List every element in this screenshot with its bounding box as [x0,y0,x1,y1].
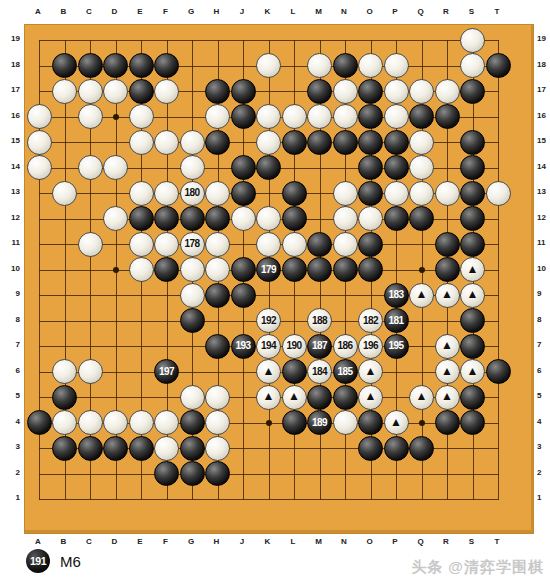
coord-letter-top-L: L [291,8,296,16]
stone-B17 [52,79,77,104]
stone-H9 [205,283,230,308]
star-point [113,114,119,120]
move-number-label: 193 [235,341,250,351]
stone-G12 [180,206,205,231]
stone-L6 [282,359,307,384]
stone-Q12 [409,206,434,231]
stone-C4 [78,410,103,435]
star-point [266,420,272,426]
coord-number-left-1: 1 [2,494,20,502]
stone-M16 [307,104,332,129]
stone-O3 [358,436,383,461]
stone-L13 [282,181,307,206]
triangle-mark-icon: ▲ [467,288,479,300]
stone-G9 [180,283,205,308]
coord-number-right-19: 19 [537,35,549,43]
coord-number-left-19: 19 [2,35,20,43]
triangle-mark-icon: ▲ [288,390,300,402]
coord-number-right-5: 5 [537,392,549,400]
stone-N12 [333,206,358,231]
stone-K10: 179 [256,257,281,282]
triangle-mark-icon: ▲ [365,390,377,402]
stone-S11 [460,232,485,257]
stone-O14 [358,155,383,180]
stone-F4 [154,410,179,435]
coord-letter-top-A: A [35,8,41,16]
stone-J7: 193 [231,334,256,359]
stone-B3 [52,436,77,461]
stone-E16 [129,104,154,129]
stone-L12 [282,206,307,231]
stone-M8: 188 [307,308,332,333]
stone-O17 [358,79,383,104]
grid-line-v [498,40,499,500]
stone-D14 [103,155,128,180]
coord-letter-top-K: K [265,8,271,16]
stone-K15 [256,130,281,155]
move-number-label: 186 [337,341,352,351]
move-number-label: 179 [261,265,276,275]
stone-O16 [358,104,383,129]
stone-H13 [205,181,230,206]
stone-O12 [358,206,383,231]
coord-letter-top-R: R [443,8,449,16]
stone-M17 [307,79,332,104]
stone-P18 [384,53,409,78]
triangle-mark-icon: ▲ [263,365,275,377]
coord-letter-bottom-M: M [315,538,322,546]
coord-letter-bottom-H: H [214,538,220,546]
stone-Q14 [409,155,434,180]
stone-J12 [231,206,256,231]
coord-letter-top-T: T [495,8,500,16]
stone-J10 [231,257,256,282]
coord-number-right-4: 4 [537,418,549,426]
move-number-label: 187 [312,341,327,351]
coord-number-right-9: 9 [537,290,549,298]
coord-letter-top-M: M [315,8,322,16]
stone-B6 [52,359,77,384]
stone-H15 [205,130,230,155]
stone-F15 [154,130,179,155]
stone-P8: 181 [384,308,409,333]
stone-C18 [78,53,103,78]
stone-P16 [384,104,409,129]
caption-location: M6 [60,553,81,570]
stone-M10 [307,257,332,282]
stone-S15 [460,130,485,155]
coord-number-left-2: 2 [2,469,20,477]
stone-R7: ▲ [435,334,460,359]
stone-R11 [435,232,460,257]
triangle-mark-icon: ▲ [416,390,428,402]
coord-number-left-6: 6 [2,367,20,375]
stone-G15 [180,130,205,155]
coord-letter-bottom-N: N [341,538,347,546]
move-number-label: 194 [261,341,276,351]
stone-P9: 183 [384,283,409,308]
stone-C11 [78,232,103,257]
stone-K5: ▲ [256,385,281,410]
stone-L10 [282,257,307,282]
triangle-mark-icon: ▲ [441,339,453,351]
triangle-mark-icon: ▲ [441,390,453,402]
stone-A15 [27,130,52,155]
stone-B5 [52,385,77,410]
stone-D3 [103,436,128,461]
coord-letter-bottom-P: P [392,538,397,546]
stone-O15 [358,130,383,155]
stone-N10 [333,257,358,282]
stone-Q13 [409,181,434,206]
coord-letter-top-G: G [188,8,194,16]
stone-S7 [460,334,485,359]
coord-number-left-18: 18 [2,61,20,69]
stone-S13 [460,181,485,206]
coord-number-right-18: 18 [537,61,549,69]
stone-S5 [460,385,485,410]
coord-number-right-7: 7 [537,341,549,349]
coord-number-left-15: 15 [2,137,20,145]
triangle-mark-icon: ▲ [416,288,428,300]
move-number-label: 189 [312,418,327,428]
stone-N16 [333,104,358,129]
stone-K7: 194 [256,334,281,359]
stone-Q5: ▲ [409,385,434,410]
coord-number-left-16: 16 [2,112,20,120]
stone-H12 [205,206,230,231]
stone-A14 [27,155,52,180]
stone-S10: ▲ [460,257,485,282]
coord-letter-top-O: O [366,8,372,16]
stone-H7 [205,334,230,359]
coord-letter-top-S: S [469,8,474,16]
stone-M15 [307,130,332,155]
stone-Q16 [409,104,434,129]
stone-T13 [486,181,511,206]
coord-number-right-2: 2 [537,469,549,477]
coord-number-right-17: 17 [537,86,549,94]
watermark-text: 头条 @清弈学围棋 [411,558,544,577]
coord-number-left-11: 11 [2,239,20,247]
stone-N6: 185 [333,359,358,384]
stone-O13 [358,181,383,206]
stone-N11 [333,232,358,257]
stone-S17 [460,79,485,104]
stone-J17 [231,79,256,104]
caption-move-number: 191 [30,555,46,567]
stone-M4: 189 [307,410,332,435]
stone-F10 [154,257,179,282]
move-number-label: 192 [261,316,276,326]
coord-number-right-14: 14 [537,163,549,171]
coord-number-right-13: 13 [537,188,549,196]
coord-number-left-17: 17 [2,86,20,94]
go-board: 180178179▲183▲▲▲192188182181193194190187… [24,24,534,534]
stone-S18 [460,53,485,78]
stone-S9: ▲ [460,283,485,308]
coord-letter-bottom-K: K [265,538,271,546]
stone-G4 [180,410,205,435]
coord-letter-top-N: N [341,8,347,16]
stone-O7: 196 [358,334,383,359]
move-caption: 191 M6 头条 @清弈学围棋 [0,545,550,587]
stone-G2 [180,461,205,486]
stone-D4 [103,410,128,435]
coord-number-left-3: 3 [2,443,20,451]
triangle-mark-icon: ▲ [365,365,377,377]
stone-H17 [205,79,230,104]
coord-letter-top-H: H [214,8,220,16]
stone-N5 [333,385,358,410]
coord-letter-bottom-E: E [137,538,142,546]
stone-E4 [129,410,154,435]
stone-S14 [460,155,485,180]
stone-A16 [27,104,52,129]
stone-R13 [435,181,460,206]
coord-letter-bottom-O: O [366,538,372,546]
coord-letter-bottom-G: G [188,538,194,546]
go-diagram: 180178179▲183▲▲▲192188182181193194190187… [0,0,550,587]
stone-R9: ▲ [435,283,460,308]
stone-P12 [384,206,409,231]
triangle-mark-icon: ▲ [441,365,453,377]
stone-E17 [129,79,154,104]
stone-L7: 190 [282,334,307,359]
caption-black-stone-icon: 191 [26,549,50,573]
stone-C14 [78,155,103,180]
star-point [419,420,425,426]
stone-M5 [307,385,332,410]
stone-S12 [460,206,485,231]
coord-number-right-1: 1 [537,494,549,502]
stone-K14 [256,155,281,180]
coord-number-right-6: 6 [537,367,549,375]
stone-P14 [384,155,409,180]
stone-F11 [154,232,179,257]
stone-J9 [231,283,256,308]
move-number-label: 190 [286,341,301,351]
coord-number-right-8: 8 [537,316,549,324]
move-number-label: 181 [388,316,403,326]
stone-B13 [52,181,77,206]
stone-G10 [180,257,205,282]
coord-letter-bottom-B: B [61,538,67,546]
stone-T6 [486,359,511,384]
coord-letter-bottom-S: S [469,538,474,546]
stone-O11 [358,232,383,257]
stone-R16 [435,104,460,129]
stone-L16 [282,104,307,129]
coord-number-left-7: 7 [2,341,20,349]
stone-S19 [460,28,485,53]
coord-letter-bottom-L: L [291,538,296,546]
move-number-label: 182 [363,316,378,326]
stone-C16 [78,104,103,129]
stone-P17 [384,79,409,104]
triangle-mark-icon: ▲ [263,390,275,402]
triangle-mark-icon: ▲ [441,288,453,300]
move-number-label: 184 [312,367,327,377]
star-point [419,267,425,273]
stone-H2 [205,461,230,486]
grid-line-h [39,474,499,475]
stone-R17 [435,79,460,104]
stone-O4 [358,410,383,435]
coord-letter-top-P: P [392,8,397,16]
stone-M7: 187 [307,334,332,359]
coord-letter-bottom-R: R [443,538,449,546]
coord-letter-bottom-F: F [163,538,168,546]
move-number-label: 196 [363,341,378,351]
move-number-label: 180 [184,188,199,198]
stone-F12 [154,206,179,231]
coord-letter-top-Q: Q [417,8,423,16]
board-grid: 180178179▲183▲▲▲192188182181193194190187… [39,40,499,500]
stone-O10 [358,257,383,282]
coord-number-left-13: 13 [2,188,20,196]
stone-P13 [384,181,409,206]
stone-K8: 192 [256,308,281,333]
coord-number-right-12: 12 [537,214,549,222]
stone-E11 [129,232,154,257]
grid-line-h [39,499,499,500]
stone-O6: ▲ [358,359,383,384]
stone-G8 [180,308,205,333]
stone-M6: 184 [307,359,332,384]
coord-letter-top-C: C [86,8,92,16]
stone-Q3 [409,436,434,461]
stone-G5 [180,385,205,410]
coord-number-right-3: 3 [537,443,549,451]
triangle-mark-icon: ▲ [467,365,479,377]
coord-number-left-12: 12 [2,214,20,222]
stone-P15 [384,130,409,155]
stone-Q17 [409,79,434,104]
coord-letter-bottom-C: C [86,538,92,546]
coord-number-left-10: 10 [2,265,20,273]
coord-number-right-16: 16 [537,112,549,120]
stone-D17 [103,79,128,104]
coord-letter-bottom-D: D [112,538,118,546]
stone-R5: ▲ [435,385,460,410]
move-number-label: 183 [388,290,403,300]
coord-letter-bottom-T: T [495,538,500,546]
move-number-label: 178 [184,239,199,249]
stone-A4 [27,410,52,435]
stone-P7: 195 [384,334,409,359]
stone-M18 [307,53,332,78]
stone-K12 [256,206,281,231]
coord-number-right-15: 15 [537,137,549,145]
stone-S4 [460,410,485,435]
coord-number-left-14: 14 [2,163,20,171]
coord-letter-top-B: B [61,8,67,16]
stone-C17 [78,79,103,104]
stone-P3 [384,436,409,461]
coord-letter-top-D: D [112,8,118,16]
stone-F17 [154,79,179,104]
stone-R4 [435,410,460,435]
move-number-label: 195 [388,341,403,351]
coord-letter-top-F: F [163,8,168,16]
stone-C3 [78,436,103,461]
stone-F18 [154,53,179,78]
stone-J13 [231,181,256,206]
stone-J16 [231,104,256,129]
stone-O18 [358,53,383,78]
coord-letter-top-E: E [137,8,142,16]
stone-N4 [333,410,358,435]
stone-G11: 178 [180,232,205,257]
move-number-label: 185 [337,367,352,377]
stone-H16 [205,104,230,129]
stone-K11 [256,232,281,257]
stone-L5: ▲ [282,385,307,410]
stone-N17 [333,79,358,104]
stone-L15 [282,130,307,155]
stone-B18 [52,53,77,78]
stone-O8: 182 [358,308,383,333]
stone-E13 [129,181,154,206]
stone-H5 [205,385,230,410]
move-number-label: 188 [312,316,327,326]
stone-M11 [307,232,332,257]
stone-S8 [460,308,485,333]
stone-F3 [154,436,179,461]
stone-R6: ▲ [435,359,460,384]
stone-F13 [154,181,179,206]
stone-R10 [435,257,460,282]
stone-T18 [486,53,511,78]
stone-Q9: ▲ [409,283,434,308]
stone-O5: ▲ [358,385,383,410]
coord-letter-bottom-A: A [35,538,41,546]
stone-F2 [154,461,179,486]
stone-N18 [333,53,358,78]
stone-C6 [78,359,103,384]
stone-E12 [129,206,154,231]
stone-P4: ▲ [384,410,409,435]
stone-G3 [180,436,205,461]
stone-F6: 197 [154,359,179,384]
coord-number-left-8: 8 [2,316,20,324]
triangle-mark-icon: ▲ [467,263,479,275]
stone-E18 [129,53,154,78]
stone-H3 [205,436,230,461]
stone-Q15 [409,130,434,155]
coord-letter-top-J: J [240,8,244,16]
triangle-mark-icon: ▲ [390,416,402,428]
stone-J14 [231,155,256,180]
stone-H10 [205,257,230,282]
stone-H4 [205,410,230,435]
stone-E10 [129,257,154,282]
stone-N15 [333,130,358,155]
stone-K16 [256,104,281,129]
stone-K18 [256,53,281,78]
stone-G14 [180,155,205,180]
coord-number-right-11: 11 [537,239,549,247]
stone-S6: ▲ [460,359,485,384]
stone-E15 [129,130,154,155]
coord-letter-bottom-Q: Q [417,538,423,546]
coord-number-right-10: 10 [537,265,549,273]
stone-B4 [52,410,77,435]
move-number-label: 197 [159,367,174,377]
stone-D18 [103,53,128,78]
coord-letter-bottom-J: J [240,538,244,546]
